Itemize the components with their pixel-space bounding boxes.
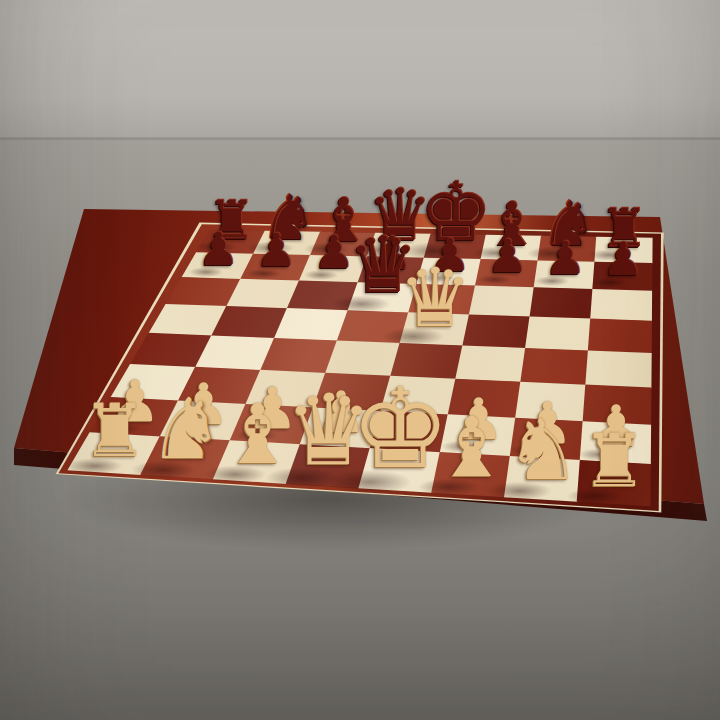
rook-glyph: ♜ (582, 418, 648, 503)
background-wall (0, 0, 720, 140)
pawn-glyph: ♟ (256, 223, 297, 277)
rook-glyph: ♜ (82, 388, 148, 473)
bishop-glyph: ♝ (435, 399, 509, 494)
piece-black-pawn-b7[interactable]: ♟ (256, 228, 297, 274)
piece-white-rook-h1[interactable]: ♜ (582, 424, 648, 497)
pawn-glyph: ♟ (602, 233, 643, 287)
piece-black-pawn-f7[interactable]: ♟ (487, 234, 528, 280)
queen-glyph: ♛ (399, 250, 472, 345)
pawn-glyph: ♟ (544, 231, 585, 285)
bishop-glyph: ♝ (221, 387, 295, 482)
pawn-glyph: ♟ (198, 222, 239, 276)
piece-black-pawn-h7[interactable]: ♟ (602, 238, 643, 284)
pawn-glyph: ♟ (487, 229, 528, 283)
chess-set-photo-scene: ♜♞♝♛♚♝♞♜♟♟♟♟♟♟♟♟♛♛♟♟♟♟♟♟♟♜♞♝♛♚♝♞♜ (0, 0, 720, 720)
knight-glyph: ♞ (148, 387, 224, 472)
piece-white-bishop-c1[interactable]: ♝ (221, 394, 295, 476)
piece-white-knight-g1[interactable]: ♞ (505, 408, 581, 493)
wall-surface-seam (0, 137, 720, 140)
piece-white-rook-a1[interactable]: ♜ (82, 394, 148, 467)
piece-black-pawn-g7[interactable]: ♟ (544, 236, 585, 282)
piece-white-queen-e5[interactable]: ♛ (399, 257, 472, 338)
piece-white-bishop-f1[interactable]: ♝ (435, 406, 509, 488)
knight-glyph: ♞ (505, 400, 581, 499)
piece-black-pawn-a7[interactable]: ♟ (198, 227, 239, 273)
piece-white-knight-b1[interactable]: ♞ (148, 387, 224, 472)
